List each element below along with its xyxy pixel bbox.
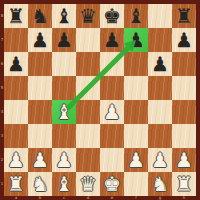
square-g2[interactable]: ♟ [148, 148, 172, 172]
file-label-e: e [100, 196, 124, 200]
square-f5[interactable] [124, 76, 148, 100]
square-c1[interactable]: ♝ [52, 172, 76, 196]
square-h1[interactable]: ♜ [172, 172, 196, 196]
square-h8[interactable]: ♜ [172, 4, 196, 28]
square-g3[interactable] [148, 124, 172, 148]
square-a4[interactable] [4, 100, 28, 124]
square-g8[interactable] [148, 4, 172, 28]
square-c5[interactable] [52, 76, 76, 100]
square-d7[interactable] [76, 28, 100, 52]
square-b6[interactable] [28, 52, 52, 76]
square-a1[interactable]: ♜ [4, 172, 28, 196]
square-a2[interactable]: ♟ [4, 148, 28, 172]
board-grid: ♜♞♝♛♚♝♜♟♟♟♟♟♟♟♝♟♟♟♟♟♟♟♜♞♝♛♚♞♜ [4, 4, 196, 196]
black-pawn[interactable]: ♟ [100, 28, 124, 52]
black-bishop[interactable]: ♝ [52, 4, 76, 28]
file-label-h: h [172, 196, 196, 200]
black-pawn[interactable]: ♟ [172, 28, 196, 52]
rank-label-3: 3 [0, 124, 4, 148]
square-c8[interactable]: ♝ [52, 4, 76, 28]
square-e5[interactable] [100, 76, 124, 100]
square-h5[interactable] [172, 76, 196, 100]
square-e6[interactable] [100, 52, 124, 76]
square-h3[interactable] [172, 124, 196, 148]
black-king[interactable]: ♚ [100, 4, 124, 28]
square-c6[interactable] [52, 52, 76, 76]
square-a7[interactable] [4, 28, 28, 52]
file-label-g: g [148, 196, 172, 200]
file-coordinates: abcdefgh [4, 196, 196, 200]
square-g6[interactable]: ♟ [148, 52, 172, 76]
square-f8[interactable]: ♝ [124, 4, 148, 28]
white-pawn[interactable]: ♟ [172, 148, 196, 172]
square-d1[interactable]: ♛ [76, 172, 100, 196]
square-f3[interactable] [124, 124, 148, 148]
square-d6[interactable] [76, 52, 100, 76]
rank-label-5: 5 [0, 76, 4, 100]
rank-label-2: 2 [0, 148, 4, 172]
square-g1[interactable]: ♞ [148, 172, 172, 196]
square-h2[interactable]: ♟ [172, 148, 196, 172]
square-c4[interactable]: ♝ [52, 100, 76, 124]
square-b2[interactable]: ♟ [28, 148, 52, 172]
black-queen[interactable]: ♛ [76, 4, 100, 28]
square-e7[interactable]: ♟ [100, 28, 124, 52]
square-b8[interactable]: ♞ [28, 4, 52, 28]
square-a8[interactable]: ♜ [4, 4, 28, 28]
rank-label-8: 8 [0, 4, 4, 28]
white-king[interactable]: ♚ [100, 172, 124, 196]
black-pawn[interactable]: ♟ [52, 28, 76, 52]
file-label-f: f [124, 196, 148, 200]
white-pawn[interactable]: ♟ [28, 148, 52, 172]
square-f1[interactable] [124, 172, 148, 196]
chess-board: ♜♞♝♛♚♝♜♟♟♟♟♟♟♟♝♟♟♟♟♟♟♟♜♞♝♛♚♞♜ 87654321 a… [0, 0, 200, 200]
black-rook[interactable]: ♜ [172, 4, 196, 28]
square-g5[interactable] [148, 76, 172, 100]
rank-label-4: 4 [0, 100, 4, 124]
black-rook[interactable]: ♜ [4, 4, 28, 28]
square-a6[interactable]: ♟ [4, 52, 28, 76]
file-label-b: b [28, 196, 52, 200]
square-e8[interactable]: ♚ [100, 4, 124, 28]
square-d2[interactable] [76, 148, 100, 172]
square-c3[interactable] [52, 124, 76, 148]
black-pawn[interactable]: ♟ [28, 28, 52, 52]
white-pawn[interactable]: ♟ [148, 148, 172, 172]
square-e3[interactable] [100, 124, 124, 148]
square-b3[interactable] [28, 124, 52, 148]
black-pawn[interactable]: ♟ [148, 52, 172, 76]
square-c7[interactable]: ♟ [52, 28, 76, 52]
rank-label-7: 7 [0, 28, 4, 52]
square-d3[interactable] [76, 124, 100, 148]
white-bishop[interactable]: ♝ [52, 172, 76, 196]
square-f7[interactable]: ♟ [124, 28, 148, 52]
white-pawn[interactable]: ♟ [124, 148, 148, 172]
file-label-c: c [52, 196, 76, 200]
white-queen[interactable]: ♛ [76, 172, 100, 196]
square-b4[interactable] [28, 100, 52, 124]
rank-label-6: 6 [0, 52, 4, 76]
black-knight[interactable]: ♞ [28, 4, 52, 28]
white-pawn[interactable]: ♟ [4, 148, 28, 172]
black-bishop[interactable]: ♝ [124, 4, 148, 28]
square-d8[interactable]: ♛ [76, 4, 100, 28]
square-f6[interactable] [124, 52, 148, 76]
white-pawn[interactable]: ♟ [100, 100, 124, 124]
black-pawn[interactable]: ♟ [124, 28, 148, 52]
white-rook[interactable]: ♜ [172, 172, 196, 196]
file-label-d: d [76, 196, 100, 200]
square-f4[interactable] [124, 100, 148, 124]
square-a3[interactable] [4, 124, 28, 148]
file-label-a: a [4, 196, 28, 200]
square-h7[interactable]: ♟ [172, 28, 196, 52]
square-h4[interactable] [172, 100, 196, 124]
square-a5[interactable] [4, 76, 28, 100]
square-b1[interactable]: ♞ [28, 172, 52, 196]
black-pawn[interactable]: ♟ [4, 52, 28, 76]
square-e1[interactable]: ♚ [100, 172, 124, 196]
white-knight[interactable]: ♞ [28, 172, 52, 196]
rank-coordinates: 87654321 [0, 4, 4, 196]
square-d5[interactable] [76, 76, 100, 100]
square-f2[interactable]: ♟ [124, 148, 148, 172]
white-bishop[interactable]: ♝ [52, 100, 76, 124]
square-g7[interactable] [148, 28, 172, 52]
square-d4[interactable] [76, 100, 100, 124]
white-rook[interactable]: ♜ [4, 172, 28, 196]
square-e4[interactable]: ♟ [100, 100, 124, 124]
rank-label-1: 1 [0, 172, 4, 196]
white-pawn[interactable]: ♟ [52, 148, 76, 172]
square-e2[interactable] [100, 148, 124, 172]
square-b7[interactable]: ♟ [28, 28, 52, 52]
square-c2[interactable]: ♟ [52, 148, 76, 172]
square-g4[interactable] [148, 100, 172, 124]
square-h6[interactable] [172, 52, 196, 76]
white-knight[interactable]: ♞ [148, 172, 172, 196]
square-b5[interactable] [28, 76, 52, 100]
